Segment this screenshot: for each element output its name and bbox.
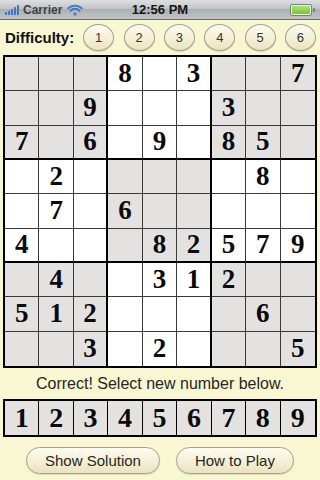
cell-r5c7[interactable] <box>212 194 246 228</box>
cell-r9c6[interactable] <box>177 332 211 366</box>
cell-r2c7[interactable]: 3 <box>212 91 246 125</box>
signal-strength-icon <box>5 5 19 15</box>
difficulty-button-2[interactable]: 2 <box>124 24 155 51</box>
cell-r9c9[interactable]: 5 <box>281 332 315 366</box>
cell-r2c5[interactable] <box>143 91 177 125</box>
cell-r5c2[interactable]: 7 <box>39 194 73 228</box>
cell-r8c9[interactable] <box>281 297 315 331</box>
cell-r9c7[interactable] <box>212 332 246 366</box>
number-selector: 123456789 <box>3 399 317 437</box>
cell-r2c4[interactable] <box>108 91 142 125</box>
cell-r2c2[interactable] <box>39 91 73 125</box>
sudoku-grid: 8379376985287648257943125126325 <box>3 55 317 368</box>
cell-r5c6[interactable] <box>177 194 211 228</box>
cell-r4c2[interactable]: 2 <box>39 160 73 194</box>
cell-r2c1[interactable] <box>5 91 39 125</box>
cell-r3c5[interactable]: 9 <box>143 126 177 160</box>
difficulty-buttons: 123456 <box>83 24 316 51</box>
cell-r8c2[interactable]: 1 <box>39 297 73 331</box>
cell-r7c2[interactable]: 4 <box>39 263 73 297</box>
number-button-9[interactable]: 9 <box>281 401 315 435</box>
difficulty-button-5[interactable]: 5 <box>245 24 276 51</box>
cell-r6c1[interactable]: 4 <box>5 229 39 263</box>
cell-r3c1[interactable]: 7 <box>5 126 39 160</box>
wifi-icon <box>67 4 83 16</box>
cell-r3c8[interactable]: 5 <box>246 126 280 160</box>
cell-r9c1[interactable] <box>5 332 39 366</box>
cell-r8c6[interactable] <box>177 297 211 331</box>
cell-r8c1[interactable]: 5 <box>5 297 39 331</box>
cell-r2c6[interactable] <box>177 91 211 125</box>
how-to-play-button[interactable]: How to Play <box>176 447 294 474</box>
cell-r6c5[interactable]: 8 <box>143 229 177 263</box>
cell-r6c2[interactable] <box>39 229 73 263</box>
cell-r4c7[interactable] <box>212 160 246 194</box>
cell-r1c1[interactable] <box>5 57 39 91</box>
number-button-8[interactable]: 8 <box>246 401 280 435</box>
number-button-3[interactable]: 3 <box>74 401 108 435</box>
cell-r7c3[interactable] <box>74 263 108 297</box>
cell-r6c7[interactable]: 5 <box>212 229 246 263</box>
battery-icon <box>290 4 315 16</box>
cell-r3c9[interactable] <box>281 126 315 160</box>
cell-r9c2[interactable] <box>39 332 73 366</box>
cell-r5c9[interactable] <box>281 194 315 228</box>
cell-r1c4[interactable]: 8 <box>108 57 142 91</box>
cell-r8c4[interactable] <box>108 297 142 331</box>
cell-r2c9[interactable] <box>281 91 315 125</box>
difficulty-button-1[interactable]: 1 <box>83 24 114 51</box>
cell-r1c9[interactable]: 7 <box>281 57 315 91</box>
cell-r3c7[interactable]: 8 <box>212 126 246 160</box>
cell-r4c6[interactable] <box>177 160 211 194</box>
difficulty-button-6[interactable]: 6 <box>285 24 316 51</box>
cell-r5c1[interactable] <box>5 194 39 228</box>
cell-r6c4[interactable] <box>108 229 142 263</box>
cell-r7c6[interactable]: 1 <box>177 263 211 297</box>
cell-r8c5[interactable] <box>143 297 177 331</box>
cell-r6c3[interactable] <box>74 229 108 263</box>
cell-r5c4[interactable]: 6 <box>108 194 142 228</box>
status-bar: Carrier 12:56 PM <box>0 0 320 20</box>
cell-r3c4[interactable] <box>108 126 142 160</box>
cell-r5c3[interactable] <box>74 194 108 228</box>
cell-r2c8[interactable] <box>246 91 280 125</box>
cell-r8c7[interactable] <box>212 297 246 331</box>
cell-r4c5[interactable] <box>143 160 177 194</box>
cell-r4c9[interactable] <box>281 160 315 194</box>
cell-r7c7[interactable]: 2 <box>212 263 246 297</box>
number-button-2[interactable]: 2 <box>39 401 73 435</box>
cell-r1c3[interactable] <box>74 57 108 91</box>
number-button-4[interactable]: 4 <box>108 401 142 435</box>
cell-r1c6[interactable]: 3 <box>177 57 211 91</box>
sudoku-app: Carrier 12:56 PM Difficulty: 123456 8379… <box>0 0 320 480</box>
cell-r4c1[interactable] <box>5 160 39 194</box>
cell-r9c8[interactable] <box>246 332 280 366</box>
cell-r8c3[interactable]: 2 <box>74 297 108 331</box>
number-button-7[interactable]: 7 <box>212 401 246 435</box>
cell-r7c5[interactable]: 3 <box>143 263 177 297</box>
cell-r1c8[interactable] <box>246 57 280 91</box>
cell-r9c4[interactable] <box>108 332 142 366</box>
number-button-6[interactable]: 6 <box>177 401 211 435</box>
difficulty-bar: Difficulty: 123456 <box>0 20 320 55</box>
cell-r3c2[interactable] <box>39 126 73 160</box>
cell-r1c5[interactable] <box>143 57 177 91</box>
number-button-5[interactable]: 5 <box>143 401 177 435</box>
clock: 12:56 PM <box>132 2 188 17</box>
show-solution-button[interactable]: Show Solution <box>26 447 160 474</box>
cell-r3c3[interactable]: 6 <box>74 126 108 160</box>
difficulty-label: Difficulty: <box>5 29 74 46</box>
number-button-1[interactable]: 1 <box>5 401 39 435</box>
footer-buttons: Show Solution How to Play <box>0 437 320 480</box>
cell-r3c6[interactable] <box>177 126 211 160</box>
cell-r8c8[interactable]: 6 <box>246 297 280 331</box>
cell-r4c3[interactable] <box>74 160 108 194</box>
cell-r6c9[interactable]: 9 <box>281 229 315 263</box>
cell-r9c5[interactable]: 2 <box>143 332 177 366</box>
cell-r1c7[interactable] <box>212 57 246 91</box>
cell-r5c8[interactable] <box>246 194 280 228</box>
cell-r7c9[interactable] <box>281 263 315 297</box>
difficulty-button-3[interactable]: 3 <box>164 24 195 51</box>
carrier-label: Carrier <box>23 3 62 17</box>
cell-r5c5[interactable] <box>143 194 177 228</box>
difficulty-button-4[interactable]: 4 <box>204 24 235 51</box>
status-message: Correct! Select new number below. <box>0 368 320 399</box>
cell-r4c8[interactable]: 8 <box>246 160 280 194</box>
cell-r4c4[interactable] <box>108 160 142 194</box>
cell-r7c8[interactable] <box>246 263 280 297</box>
cell-r2c3[interactable]: 9 <box>74 91 108 125</box>
cell-r9c3[interactable]: 3 <box>74 332 108 366</box>
cell-r7c1[interactable] <box>5 263 39 297</box>
cell-r6c6[interactable]: 2 <box>177 229 211 263</box>
cell-r6c8[interactable]: 7 <box>246 229 280 263</box>
cell-r1c2[interactable] <box>39 57 73 91</box>
cell-r7c4[interactable] <box>108 263 142 297</box>
